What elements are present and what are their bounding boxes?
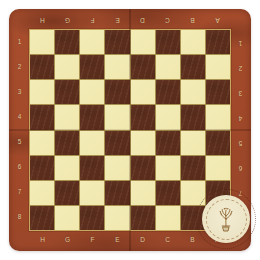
square-g5[interactable] — [55, 131, 79, 155]
square-b3[interactable] — [181, 80, 205, 104]
square-h8[interactable] — [30, 206, 54, 230]
file-label-bottom-G: G — [55, 233, 80, 248]
square-e2[interactable] — [105, 55, 129, 79]
square-a3[interactable] — [206, 80, 230, 104]
square-h2[interactable] — [30, 55, 54, 79]
square-f5[interactable] — [80, 131, 104, 155]
rank-label-right-4: 4 — [233, 105, 248, 130]
file-label-top-H: H — [30, 12, 55, 27]
square-c4[interactable] — [156, 105, 180, 129]
square-f3[interactable] — [80, 80, 104, 104]
square-e1[interactable] — [105, 30, 129, 54]
tree-logo-icon — [215, 205, 237, 233]
square-a1[interactable] — [206, 30, 230, 54]
square-h6[interactable] — [30, 156, 54, 180]
square-a5[interactable] — [206, 131, 230, 155]
square-f1[interactable] — [80, 30, 104, 54]
square-e3[interactable] — [105, 80, 129, 104]
square-d7[interactable] — [131, 181, 155, 205]
square-g2[interactable] — [55, 55, 79, 79]
square-e6[interactable] — [105, 156, 129, 180]
chessboard-photo: HGFEDCBA HGFEDCBA 12345678 12345678 — [0, 0, 260, 260]
square-b4[interactable] — [181, 105, 205, 129]
square-c5[interactable] — [156, 131, 180, 155]
file-label-bottom-E: E — [105, 233, 130, 248]
square-g1[interactable] — [55, 30, 79, 54]
square-b2[interactable] — [181, 55, 205, 79]
file-label-top-G: G — [55, 12, 80, 27]
square-h1[interactable] — [30, 30, 54, 54]
square-f7[interactable] — [80, 181, 104, 205]
square-e4[interactable] — [105, 105, 129, 129]
file-label-bottom-F: F — [80, 233, 105, 248]
square-a4[interactable] — [206, 105, 230, 129]
file-label-top-B: B — [180, 12, 205, 27]
file-label-bottom-C: C — [155, 233, 180, 248]
rank-label-right-2: 2 — [233, 55, 248, 80]
square-f4[interactable] — [80, 105, 104, 129]
rank-label-right-6: 6 — [233, 155, 248, 180]
rank-label-left-2: 2 — [12, 55, 27, 80]
rank-label-right-1: 1 — [233, 30, 248, 55]
square-c2[interactable] — [156, 55, 180, 79]
square-c1[interactable] — [156, 30, 180, 54]
file-label-top-D: D — [130, 12, 155, 27]
square-d3[interactable] — [131, 80, 155, 104]
square-d2[interactable] — [131, 55, 155, 79]
file-label-top-F: F — [80, 12, 105, 27]
square-e7[interactable] — [105, 181, 129, 205]
maker-stamp — [202, 195, 250, 243]
file-label-bottom-D: D — [130, 233, 155, 248]
file-label-top-A: A — [205, 12, 230, 27]
rank-label-left-7: 7 — [12, 180, 27, 205]
square-f6[interactable] — [80, 156, 104, 180]
rank-label-right-5: 5 — [233, 130, 248, 155]
square-h7[interactable] — [30, 181, 54, 205]
rank-label-left-4: 4 — [12, 105, 27, 130]
square-f8[interactable] — [80, 206, 104, 230]
square-c8[interactable] — [156, 206, 180, 230]
file-label-top-C: C — [155, 12, 180, 27]
rank-label-left-1: 1 — [12, 30, 27, 55]
square-g7[interactable] — [55, 181, 79, 205]
file-label-bottom-H: H — [30, 233, 55, 248]
rank-label-right-3: 3 — [233, 80, 248, 105]
square-g3[interactable] — [55, 80, 79, 104]
square-b1[interactable] — [181, 30, 205, 54]
square-b5[interactable] — [181, 131, 205, 155]
square-d1[interactable] — [131, 30, 155, 54]
square-h5[interactable] — [30, 131, 54, 155]
square-c3[interactable] — [156, 80, 180, 104]
square-b6[interactable] — [181, 156, 205, 180]
file-label-top-E: E — [105, 12, 130, 27]
square-h4[interactable] — [30, 105, 54, 129]
square-g8[interactable] — [55, 206, 79, 230]
rank-label-left-5: 5 — [12, 130, 27, 155]
square-a2[interactable] — [206, 55, 230, 79]
square-d5[interactable] — [131, 131, 155, 155]
square-d6[interactable] — [131, 156, 155, 180]
square-a6[interactable] — [206, 156, 230, 180]
square-d8[interactable] — [131, 206, 155, 230]
square-h3[interactable] — [30, 80, 54, 104]
rank-label-left-8: 8 — [12, 205, 27, 230]
square-f2[interactable] — [80, 55, 104, 79]
square-e5[interactable] — [105, 131, 129, 155]
square-d4[interactable] — [131, 105, 155, 129]
square-g6[interactable] — [55, 156, 79, 180]
square-e8[interactable] — [105, 206, 129, 230]
rank-label-left-6: 6 — [12, 155, 27, 180]
square-g4[interactable] — [55, 105, 79, 129]
rank-label-left-3: 3 — [12, 80, 27, 105]
square-c6[interactable] — [156, 156, 180, 180]
horizontal-fold-crease — [9, 129, 251, 130]
square-c7[interactable] — [156, 181, 180, 205]
